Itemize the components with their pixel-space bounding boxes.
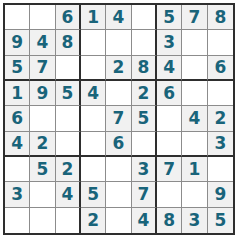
cell-r9c3[interactable] <box>56 208 81 233</box>
sudoku-board: 6145789483572846195426675424263523713457… <box>3 3 235 235</box>
cell-r3c5[interactable]: 2 <box>106 56 131 81</box>
cell-r6c8[interactable] <box>182 132 207 157</box>
cell-r1c1[interactable] <box>5 5 30 30</box>
cell-r6c4[interactable] <box>81 132 106 157</box>
cell-r2c2[interactable]: 4 <box>30 30 55 55</box>
cell-r5c7[interactable] <box>157 106 182 131</box>
cell-r5c2[interactable] <box>30 106 55 131</box>
cell-r5c3[interactable] <box>56 106 81 131</box>
cell-r9c6[interactable]: 4 <box>132 208 157 233</box>
cell-r8c6[interactable]: 7 <box>132 182 157 207</box>
cell-r5c4[interactable] <box>81 106 106 131</box>
cell-r6c7[interactable] <box>157 132 182 157</box>
cell-r3c7[interactable]: 4 <box>157 56 182 81</box>
cell-r7c8[interactable]: 1 <box>182 157 207 182</box>
cell-r6c5[interactable]: 6 <box>106 132 131 157</box>
cell-r2c8[interactable] <box>182 30 207 55</box>
cell-r3c9[interactable]: 6 <box>208 56 233 81</box>
cell-r6c9[interactable]: 3 <box>208 132 233 157</box>
cell-r3c1[interactable]: 5 <box>5 56 30 81</box>
cell-r2c9[interactable] <box>208 30 233 55</box>
cell-r1c4[interactable]: 1 <box>81 5 106 30</box>
cell-r8c4[interactable]: 5 <box>81 182 106 207</box>
cell-r5c8[interactable]: 4 <box>182 106 207 131</box>
cell-r2c7[interactable]: 3 <box>157 30 182 55</box>
cell-r8c3[interactable]: 4 <box>56 182 81 207</box>
cell-r1c7[interactable]: 5 <box>157 5 182 30</box>
cell-r3c2[interactable]: 7 <box>30 56 55 81</box>
cell-r6c6[interactable] <box>132 132 157 157</box>
cell-r7c6[interactable]: 3 <box>132 157 157 182</box>
cell-r8c5[interactable] <box>106 182 131 207</box>
cell-r4c7[interactable]: 6 <box>157 81 182 106</box>
cell-r3c4[interactable] <box>81 56 106 81</box>
cell-r6c2[interactable]: 2 <box>30 132 55 157</box>
cell-r1c6[interactable] <box>132 5 157 30</box>
cell-r8c1[interactable]: 3 <box>5 182 30 207</box>
cell-r7c4[interactable] <box>81 157 106 182</box>
cell-r5c5[interactable]: 7 <box>106 106 131 131</box>
cell-r6c1[interactable]: 4 <box>5 132 30 157</box>
cell-r9c1[interactable] <box>5 208 30 233</box>
cell-r2c3[interactable]: 8 <box>56 30 81 55</box>
cell-r1c5[interactable]: 4 <box>106 5 131 30</box>
cell-r7c5[interactable] <box>106 157 131 182</box>
cell-r1c2[interactable] <box>30 5 55 30</box>
cell-r3c8[interactable] <box>182 56 207 81</box>
cell-r9c7[interactable]: 8 <box>157 208 182 233</box>
cell-r4c5[interactable] <box>106 81 131 106</box>
cell-r7c2[interactable]: 5 <box>30 157 55 182</box>
cell-r9c8[interactable]: 3 <box>182 208 207 233</box>
cell-r2c4[interactable] <box>81 30 106 55</box>
cell-r8c2[interactable] <box>30 182 55 207</box>
cell-r3c6[interactable]: 8 <box>132 56 157 81</box>
cell-r1c8[interactable]: 7 <box>182 5 207 30</box>
cell-r8c7[interactable] <box>157 182 182 207</box>
cell-r4c1[interactable]: 1 <box>5 81 30 106</box>
cell-r7c3[interactable]: 2 <box>56 157 81 182</box>
cell-r5c6[interactable]: 5 <box>132 106 157 131</box>
cell-r2c1[interactable]: 9 <box>5 30 30 55</box>
cell-r4c9[interactable] <box>208 81 233 106</box>
cell-r6c3[interactable] <box>56 132 81 157</box>
cell-r4c3[interactable]: 5 <box>56 81 81 106</box>
cell-r8c9[interactable]: 9 <box>208 182 233 207</box>
cell-r9c4[interactable]: 2 <box>81 208 106 233</box>
cell-r4c4[interactable]: 4 <box>81 81 106 106</box>
cell-r5c9[interactable]: 2 <box>208 106 233 131</box>
cell-r7c7[interactable]: 7 <box>157 157 182 182</box>
cell-r8c8[interactable] <box>182 182 207 207</box>
cell-r7c9[interactable] <box>208 157 233 182</box>
cell-r2c5[interactable] <box>106 30 131 55</box>
cell-r4c2[interactable]: 9 <box>30 81 55 106</box>
cell-r1c3[interactable]: 6 <box>56 5 81 30</box>
cell-r5c1[interactable]: 6 <box>5 106 30 131</box>
cell-r1c9[interactable]: 8 <box>208 5 233 30</box>
cell-r9c9[interactable]: 5 <box>208 208 233 233</box>
cell-r9c2[interactable] <box>30 208 55 233</box>
cell-r4c8[interactable] <box>182 81 207 106</box>
cell-r4c6[interactable]: 2 <box>132 81 157 106</box>
cell-r3c3[interactable] <box>56 56 81 81</box>
cell-r7c1[interactable] <box>5 157 30 182</box>
cell-r2c6[interactable] <box>132 30 157 55</box>
cell-r9c5[interactable] <box>106 208 131 233</box>
